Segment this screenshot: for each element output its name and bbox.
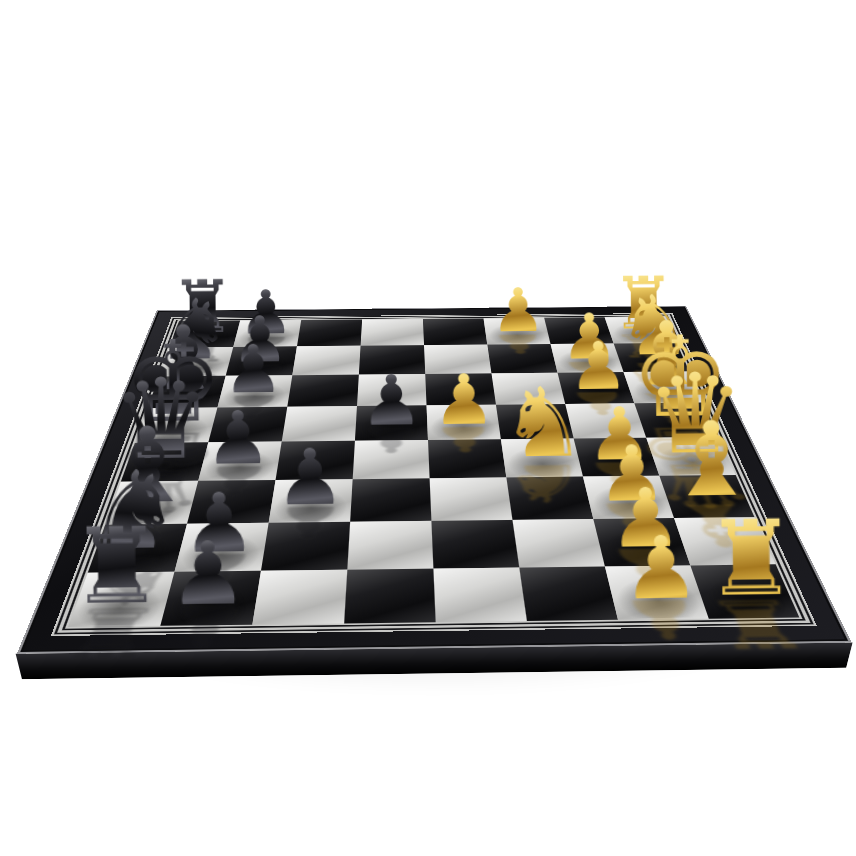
square: ♟♟ xyxy=(427,405,501,440)
square: ♟♟ xyxy=(484,318,551,345)
square xyxy=(512,519,604,567)
piece-black-rook: ♜ xyxy=(68,513,164,619)
square: ♟♟ xyxy=(160,571,261,626)
piece-white-knight: ♞ xyxy=(500,375,587,472)
square: ♟♟ xyxy=(269,479,353,523)
square xyxy=(433,568,527,623)
piece-white-pawn: ♟ xyxy=(432,365,495,435)
piece-white-rook: ♜ xyxy=(704,506,798,611)
chess-board-grid: ♜♜♟♟♟♟♜♜♞♞♟♟♟♟♞♞♝♝♟♟♟♟♝♝♚♚♟♟♟♟♚♚♛♛♟♟♞♞♟♟… xyxy=(68,317,799,627)
square: ♞♞ xyxy=(501,438,583,477)
square xyxy=(287,375,359,407)
perspective-stage: ♜♜♟♟♟♟♜♜♞♞♟♟♟♟♞♞♝♝♟♟♟♟♝♝♚♚♟♟♟♟♚♚♛♛♟♟♞♞♟♟… xyxy=(0,0,856,856)
piece-black-pawn: ♟ xyxy=(360,366,423,436)
square xyxy=(519,566,618,621)
square xyxy=(347,521,433,570)
square: ♜♜ xyxy=(68,572,174,627)
piece-white-pawn: ♟ xyxy=(621,524,699,612)
piece-black-pawn: ♟ xyxy=(204,401,271,475)
chessboard: ♜♜♟♟♟♟♜♜♞♞♟♟♟♟♞♞♝♝♟♟♟♟♝♝♚♚♟♟♟♟♚♚♛♛♟♟♞♞♟♟… xyxy=(17,306,852,654)
square xyxy=(423,318,487,345)
piece-white-pawn: ♟ xyxy=(491,280,546,341)
square xyxy=(292,346,360,375)
board-frame: ♜♜♟♟♟♟♜♜♞♞♟♟♟♟♞♞♝♝♟♟♟♟♝♝♚♚♟♟♟♟♚♚♛♛♟♟♞♞♟♟… xyxy=(17,306,852,654)
square xyxy=(252,570,347,625)
piece-black-pawn: ♟ xyxy=(274,438,344,516)
photo-canvas: ♜♜♟♟♟♟♜♜♞♞♟♟♟♟♞♞♝♝♟♟♟♟♝♝♚♚♟♟♟♟♚♚♛♛♟♟♞♞♟♟… xyxy=(0,0,856,856)
square xyxy=(361,319,424,346)
square xyxy=(431,520,519,569)
square: ♜♜ xyxy=(690,564,799,618)
square: ♟♟ xyxy=(355,405,428,440)
piece-black-pawn: ♟ xyxy=(223,336,283,403)
square xyxy=(297,319,362,346)
board-pinstripe-mat: ♜♜♟♟♟♟♜♜♞♞♟♟♟♟♞♞♝♝♟♟♟♟♝♝♚♚♟♟♟♟♚♚♛♛♟♟♞♞♟♟… xyxy=(51,313,817,636)
square xyxy=(350,478,431,522)
piece-black-pawn: ♟ xyxy=(168,530,247,618)
square xyxy=(344,569,436,624)
square xyxy=(430,477,513,520)
